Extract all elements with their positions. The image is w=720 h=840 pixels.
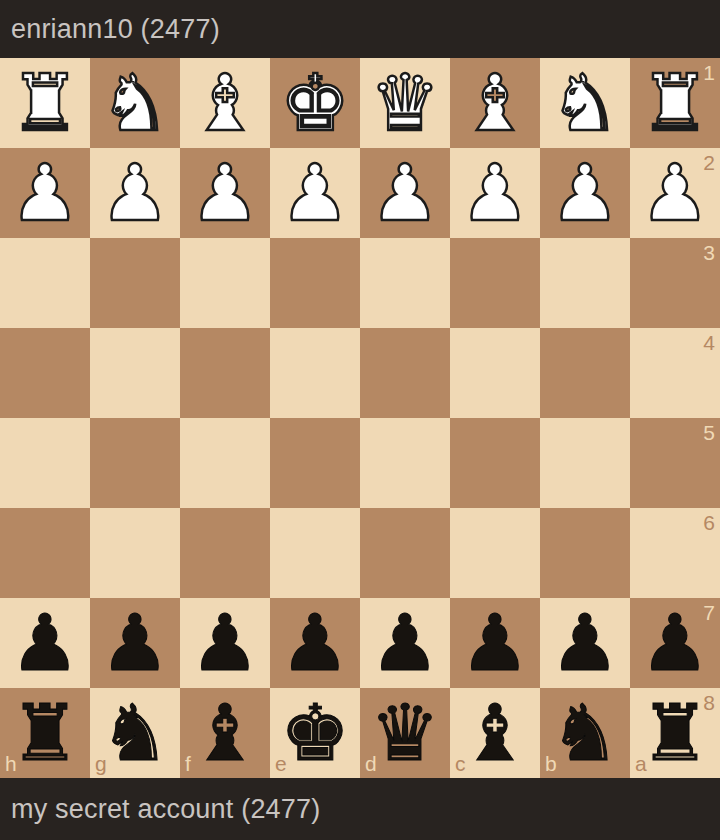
square-h8[interactable]: ♜︎h bbox=[0, 688, 90, 778]
square-c1[interactable]: ♝︎ bbox=[450, 58, 540, 148]
square-h4[interactable] bbox=[0, 328, 90, 418]
white-pawn: ♟︎ bbox=[550, 148, 620, 238]
square-f3[interactable] bbox=[180, 238, 270, 328]
square-f5[interactable] bbox=[180, 418, 270, 508]
chess-board: ♜︎♞︎♝︎♚︎♛︎♝︎♞︎♜︎1♟︎♟︎♟︎♟︎♟︎♟︎♟︎♟︎23456♟︎… bbox=[0, 58, 720, 778]
black-pawn: ♟︎ bbox=[190, 598, 260, 688]
square-b4[interactable] bbox=[540, 328, 630, 418]
square-a2[interactable]: ♟︎2 bbox=[630, 148, 720, 238]
white-pawn: ♟︎ bbox=[640, 148, 710, 238]
white-pawn: ♟︎ bbox=[10, 148, 80, 238]
square-d3[interactable] bbox=[360, 238, 450, 328]
square-b1[interactable]: ♞︎ bbox=[540, 58, 630, 148]
black-pawn: ♟︎ bbox=[550, 598, 620, 688]
square-c6[interactable] bbox=[450, 508, 540, 598]
square-h6[interactable] bbox=[0, 508, 90, 598]
white-king: ♚︎ bbox=[280, 58, 350, 148]
square-e6[interactable] bbox=[270, 508, 360, 598]
rank-label-6: 6 bbox=[703, 512, 715, 533]
square-a5[interactable]: 5 bbox=[630, 418, 720, 508]
black-pawn: ♟︎ bbox=[370, 598, 440, 688]
black-queen: ♛︎ bbox=[370, 688, 440, 778]
black-pawn: ♟︎ bbox=[100, 598, 170, 688]
black-pawn: ♟︎ bbox=[280, 598, 350, 688]
file-label-g: g bbox=[95, 753, 107, 774]
black-pawn: ♟︎ bbox=[460, 598, 530, 688]
square-d8[interactable]: ♛︎d bbox=[360, 688, 450, 778]
square-g4[interactable] bbox=[90, 328, 180, 418]
black-rook: ♜︎ bbox=[640, 688, 710, 778]
file-label-d: d bbox=[365, 753, 377, 774]
white-pawn: ♟︎ bbox=[280, 148, 350, 238]
file-label-b: b bbox=[545, 753, 557, 774]
square-g5[interactable] bbox=[90, 418, 180, 508]
square-e3[interactable] bbox=[270, 238, 360, 328]
square-a3[interactable]: 3 bbox=[630, 238, 720, 328]
square-g7[interactable]: ♟︎ bbox=[90, 598, 180, 688]
square-b5[interactable] bbox=[540, 418, 630, 508]
white-pawn: ♟︎ bbox=[460, 148, 530, 238]
file-label-f: f bbox=[185, 753, 191, 774]
square-f1[interactable]: ♝︎ bbox=[180, 58, 270, 148]
black-knight: ♞︎ bbox=[100, 688, 170, 778]
square-a6[interactable]: 6 bbox=[630, 508, 720, 598]
square-b7[interactable]: ♟︎ bbox=[540, 598, 630, 688]
square-g1[interactable]: ♞︎ bbox=[90, 58, 180, 148]
square-h5[interactable] bbox=[0, 418, 90, 508]
square-c3[interactable] bbox=[450, 238, 540, 328]
square-h2[interactable]: ♟︎ bbox=[0, 148, 90, 238]
square-e5[interactable] bbox=[270, 418, 360, 508]
rank-label-2: 2 bbox=[703, 152, 715, 173]
square-a4[interactable]: 4 bbox=[630, 328, 720, 418]
square-b8[interactable]: ♞︎b bbox=[540, 688, 630, 778]
black-bishop: ♝︎ bbox=[190, 688, 260, 778]
white-pawn: ♟︎ bbox=[190, 148, 260, 238]
file-label-a: a bbox=[635, 753, 647, 774]
top-player-bar: enriann10 (2477) bbox=[0, 0, 720, 58]
square-a1[interactable]: ♜︎1 bbox=[630, 58, 720, 148]
black-pawn: ♟︎ bbox=[640, 598, 710, 688]
white-rook: ♜︎ bbox=[10, 58, 80, 148]
black-king: ♚︎ bbox=[280, 688, 350, 778]
rank-label-7: 7 bbox=[703, 602, 715, 623]
square-h1[interactable]: ♜︎ bbox=[0, 58, 90, 148]
file-label-e: e bbox=[275, 753, 287, 774]
white-rook: ♜︎ bbox=[640, 58, 710, 148]
top-player-name: enriann10 (2477) bbox=[11, 14, 220, 45]
chess-app: enriann10 (2477) ♜︎♞︎♝︎♚︎♛︎♝︎♞︎♜︎1♟︎♟︎♟︎… bbox=[0, 0, 720, 840]
white-pawn: ♟︎ bbox=[100, 148, 170, 238]
white-bishop: ♝︎ bbox=[190, 58, 260, 148]
square-e8[interactable]: ♚︎e bbox=[270, 688, 360, 778]
square-b3[interactable] bbox=[540, 238, 630, 328]
white-queen: ♛︎ bbox=[370, 58, 440, 148]
square-e1[interactable]: ♚︎ bbox=[270, 58, 360, 148]
square-g2[interactable]: ♟︎ bbox=[90, 148, 180, 238]
white-knight: ♞︎ bbox=[550, 58, 620, 148]
rank-label-5: 5 bbox=[703, 422, 715, 443]
square-b6[interactable] bbox=[540, 508, 630, 598]
square-c4[interactable] bbox=[450, 328, 540, 418]
square-h3[interactable] bbox=[0, 238, 90, 328]
square-e4[interactable] bbox=[270, 328, 360, 418]
black-pawn: ♟︎ bbox=[10, 598, 80, 688]
black-rook: ♜︎ bbox=[10, 688, 80, 778]
bottom-player-bar: my secret account (2477) bbox=[0, 778, 720, 840]
square-c5[interactable] bbox=[450, 418, 540, 508]
square-d5[interactable] bbox=[360, 418, 450, 508]
square-f6[interactable] bbox=[180, 508, 270, 598]
square-f8[interactable]: ♝︎f bbox=[180, 688, 270, 778]
black-bishop: ♝︎ bbox=[460, 688, 530, 778]
square-f4[interactable] bbox=[180, 328, 270, 418]
square-e7[interactable]: ♟︎ bbox=[270, 598, 360, 688]
square-g6[interactable] bbox=[90, 508, 180, 598]
file-label-c: c bbox=[455, 753, 466, 774]
square-f7[interactable]: ♟︎ bbox=[180, 598, 270, 688]
rank-label-8: 8 bbox=[703, 692, 715, 713]
square-g3[interactable] bbox=[90, 238, 180, 328]
square-f2[interactable]: ♟︎ bbox=[180, 148, 270, 238]
file-label-h: h bbox=[5, 753, 17, 774]
rank-label-3: 3 bbox=[703, 242, 715, 263]
square-a8[interactable]: ♜︎8a bbox=[630, 688, 720, 778]
white-bishop: ♝︎ bbox=[460, 58, 530, 148]
square-a7[interactable]: ♟︎7 bbox=[630, 598, 720, 688]
square-g8[interactable]: ♞︎g bbox=[90, 688, 180, 778]
square-d7[interactable]: ♟︎ bbox=[360, 598, 450, 688]
rank-label-4: 4 bbox=[703, 332, 715, 353]
bottom-player-name: my secret account (2477) bbox=[11, 794, 320, 825]
black-knight: ♞︎ bbox=[550, 688, 620, 778]
square-d6[interactable] bbox=[360, 508, 450, 598]
square-e2[interactable]: ♟︎ bbox=[270, 148, 360, 238]
square-d4[interactable] bbox=[360, 328, 450, 418]
square-c2[interactable]: ♟︎ bbox=[450, 148, 540, 238]
white-pawn: ♟︎ bbox=[370, 148, 440, 238]
white-knight: ♞︎ bbox=[100, 58, 170, 148]
square-c8[interactable]: ♝︎c bbox=[450, 688, 540, 778]
square-d1[interactable]: ♛︎ bbox=[360, 58, 450, 148]
square-d2[interactable]: ♟︎ bbox=[360, 148, 450, 238]
square-c7[interactable]: ♟︎ bbox=[450, 598, 540, 688]
square-h7[interactable]: ♟︎ bbox=[0, 598, 90, 688]
rank-label-1: 1 bbox=[703, 62, 715, 83]
square-b2[interactable]: ♟︎ bbox=[540, 148, 630, 238]
